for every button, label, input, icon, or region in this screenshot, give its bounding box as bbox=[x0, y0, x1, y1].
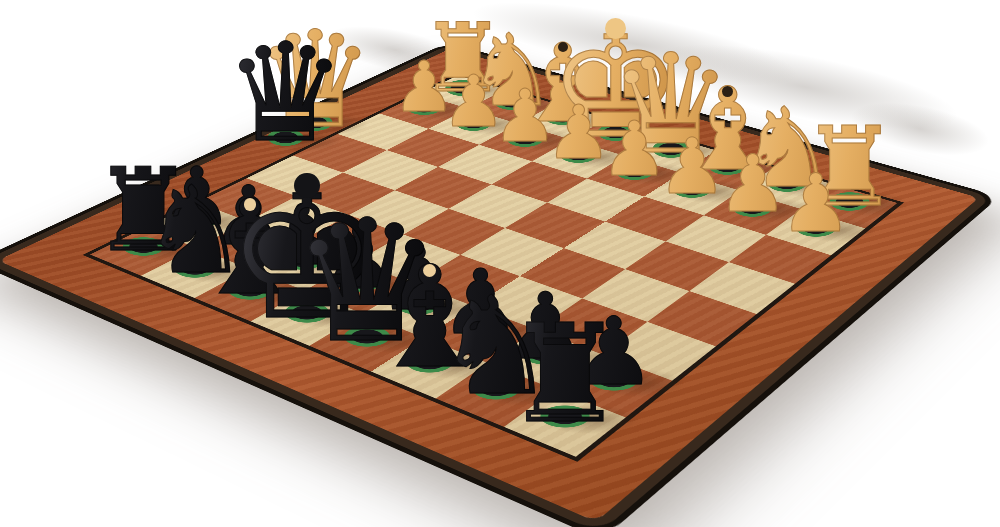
black-rook[interactable]: ♜ bbox=[465, 307, 665, 443]
pieces-layer: ♜♞♝♚♛♝♞♜♟♟♟♟♟♟♟♟♛♛♟♟♟♟♟♟♟♟♜♞♝♚♛♝♞♜ bbox=[0, 0, 1000, 527]
photo-backdrop: ♜♞♝♚♛♝♞♜♟♟♟♟♟♟♟♟♛♛♟♟♟♟♟♟♟♟♜♞♝♚♛♝♞♜ bbox=[0, 0, 1000, 527]
white-pawn[interactable]: ♟ bbox=[716, 163, 916, 243]
extra-black-queen[interactable]: ♛ bbox=[186, 26, 386, 162]
